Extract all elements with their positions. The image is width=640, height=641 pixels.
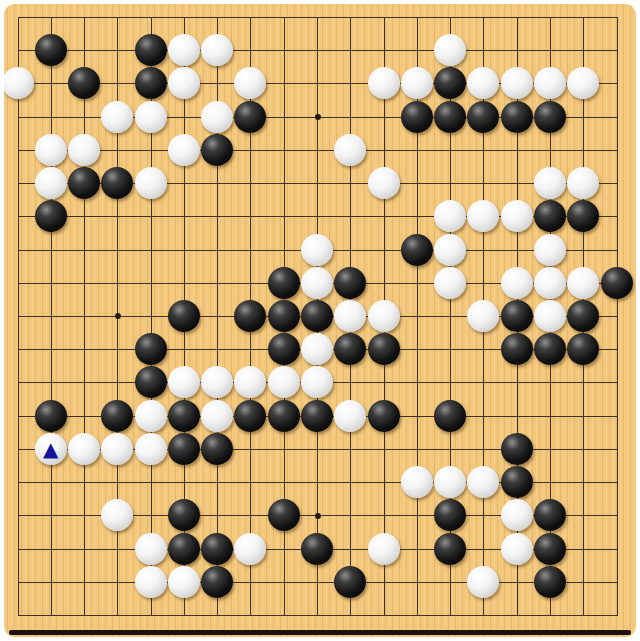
stone-black (268, 267, 300, 299)
stone-white (467, 300, 499, 332)
stone-black (168, 499, 200, 531)
stone-black (501, 433, 533, 465)
stone-black (501, 466, 533, 498)
stone-white (434, 267, 466, 299)
stone-black (368, 400, 400, 432)
stone-black (234, 101, 266, 133)
stone-white (135, 433, 167, 465)
stone-white (368, 300, 400, 332)
stone-black (301, 300, 333, 332)
grid-line-vertical (617, 17, 618, 616)
stone-white (201, 34, 233, 66)
stone-black (368, 333, 400, 365)
stone-black (168, 533, 200, 565)
stone-black (567, 333, 599, 365)
go-app-frame: ▲ (0, 0, 640, 641)
stone-white (68, 134, 100, 166)
stone-white: ▲ (35, 433, 67, 465)
stone-white (567, 67, 599, 99)
stone-black (301, 533, 333, 565)
stone-white (68, 433, 100, 465)
stone-white (35, 167, 67, 199)
stone-black (467, 101, 499, 133)
stone-white (534, 267, 566, 299)
stone-white (135, 566, 167, 598)
stone-white (401, 67, 433, 99)
stone-white (334, 400, 366, 432)
stone-white (368, 167, 400, 199)
stone-black (101, 167, 133, 199)
stone-white (368, 533, 400, 565)
stone-white (434, 200, 466, 232)
stone-white (534, 67, 566, 99)
grid-line-horizontal (18, 615, 618, 616)
stone-black (201, 433, 233, 465)
stone-white (567, 167, 599, 199)
stone-black (35, 400, 67, 432)
stone-white (467, 466, 499, 498)
stone-white (101, 433, 133, 465)
stone-white (467, 566, 499, 598)
stone-white (101, 101, 133, 133)
stone-white (201, 400, 233, 432)
stone-black (201, 533, 233, 565)
stone-white (268, 366, 300, 398)
stone-black (35, 34, 67, 66)
stone-black (268, 499, 300, 531)
stone-white (567, 267, 599, 299)
stone-black (401, 101, 433, 133)
stone-black (35, 200, 67, 232)
last-move-triangle-marker: ▲ (35, 433, 67, 465)
stone-black (534, 101, 566, 133)
stone-black (234, 400, 266, 432)
stone-black (501, 300, 533, 332)
stone-white (4, 67, 34, 99)
stone-black (168, 300, 200, 332)
stone-white (234, 366, 266, 398)
stone-black (234, 300, 266, 332)
stone-white (301, 234, 333, 266)
stone-black (334, 566, 366, 598)
stone-white (168, 34, 200, 66)
stone-black (501, 101, 533, 133)
stone-white (168, 366, 200, 398)
stone-black (135, 333, 167, 365)
stone-black (567, 200, 599, 232)
stone-black (101, 400, 133, 432)
stone-white (434, 466, 466, 498)
stone-white (135, 533, 167, 565)
stone-black (334, 333, 366, 365)
stone-black (534, 566, 566, 598)
stone-black (434, 533, 466, 565)
go-board[interactable]: ▲ (4, 4, 636, 637)
stone-white (401, 466, 433, 498)
stone-black (501, 333, 533, 365)
board-bottom-edge (9, 630, 631, 635)
stone-black (334, 267, 366, 299)
stone-black (434, 101, 466, 133)
stone-white (467, 200, 499, 232)
stone-black (268, 333, 300, 365)
stone-black (201, 134, 233, 166)
stone-white (334, 134, 366, 166)
stone-white (234, 533, 266, 565)
star-point (315, 114, 321, 120)
stone-black (168, 400, 200, 432)
stone-white (534, 167, 566, 199)
stone-white (534, 234, 566, 266)
stone-black (434, 400, 466, 432)
stone-white (135, 400, 167, 432)
stone-black (567, 300, 599, 332)
stone-white (467, 67, 499, 99)
stone-white (501, 267, 533, 299)
stone-black (434, 499, 466, 531)
stone-white (334, 300, 366, 332)
stone-black (135, 34, 167, 66)
stone-white (501, 67, 533, 99)
stone-white (434, 34, 466, 66)
stone-white (301, 267, 333, 299)
stone-black (135, 366, 167, 398)
stone-black (268, 300, 300, 332)
stone-black (301, 400, 333, 432)
stone-white (135, 167, 167, 199)
stone-white (501, 533, 533, 565)
stone-black (68, 167, 100, 199)
stone-white (101, 499, 133, 531)
stone-white (168, 134, 200, 166)
stone-white (168, 67, 200, 99)
star-point (115, 313, 121, 319)
stone-black (401, 234, 433, 266)
stone-black (534, 200, 566, 232)
stone-white (135, 101, 167, 133)
stone-black (201, 566, 233, 598)
stone-black (434, 67, 466, 99)
stone-black (534, 499, 566, 531)
stone-white (534, 300, 566, 332)
stone-white (434, 234, 466, 266)
grid-line-horizontal (18, 582, 618, 583)
stone-white (501, 499, 533, 531)
stone-white (168, 566, 200, 598)
stone-white (201, 366, 233, 398)
stone-white (501, 200, 533, 232)
stone-white (35, 134, 67, 166)
stone-black (268, 400, 300, 432)
star-point (315, 513, 321, 519)
stone-black (534, 533, 566, 565)
stone-white (301, 366, 333, 398)
stone-black (68, 67, 100, 99)
stone-black (601, 267, 633, 299)
stone-white (201, 101, 233, 133)
stone-white (301, 333, 333, 365)
stone-black (135, 67, 167, 99)
stone-black (168, 433, 200, 465)
stone-white (234, 67, 266, 99)
stone-black (534, 333, 566, 365)
stone-white (368, 67, 400, 99)
